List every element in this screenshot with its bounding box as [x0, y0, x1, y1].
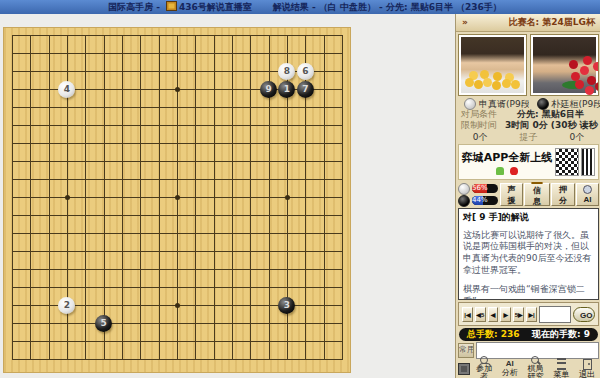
cheer-button[interactable]: 声援 — [500, 183, 523, 206]
time-limit-value: 3时间 0分 (30秒 读秒 3次) — [505, 120, 600, 131]
move-status-bar: 总手数: 236 现在的手数: 9 — [459, 328, 598, 341]
red-roses-icon — [571, 72, 580, 81]
globe-icon — [583, 185, 592, 194]
stone-black-7-R16: 7 — [297, 81, 314, 98]
black-stone-icon — [458, 195, 470, 207]
condition-value: 分先: 黑贴6目半 — [505, 109, 596, 120]
white-winrate-track: 56% — [472, 184, 498, 193]
info-box-icon — [531, 182, 543, 184]
collapse-arrow-icon[interactable]: » — [462, 14, 468, 31]
winrate-bars: 56% 44% — [458, 183, 498, 206]
research-label: 棋局研究 — [524, 365, 548, 378]
star-point — [175, 195, 180, 200]
exit-icon — [583, 359, 592, 370]
stone-black-3-Q4: 3 — [278, 297, 295, 314]
captures-label: 提子 — [504, 131, 552, 143]
banner-text-block: 弈城APP全新上线 — [459, 150, 555, 175]
qr-code — [555, 148, 579, 176]
forward-1-button[interactable]: ▶ — [500, 307, 511, 322]
star-point — [175, 87, 180, 92]
person-icon — [480, 356, 488, 364]
menu-icon — [557, 358, 566, 370]
go-board: 123456789 — [3, 27, 351, 373]
star-point — [65, 195, 70, 200]
banner-title: 弈城APP全新上线 — [459, 150, 555, 165]
exit-button[interactable]: 退出 — [575, 359, 599, 378]
last-move-button[interactable]: ▶| — [526, 307, 537, 322]
yellow-flowers-icon — [465, 78, 474, 87]
stone-white-2-D4: 2 — [58, 297, 75, 314]
stone-white-8-Q17: 8 — [278, 63, 295, 80]
move-navigation: |◀ ◀5 ◀ ▶ 5▶ ▶| GO — [458, 302, 599, 326]
stone-white-6-R17: 6 — [297, 63, 314, 80]
black-winrate-row: 44% — [458, 195, 498, 206]
black-winrate-track: 44% — [472, 196, 498, 205]
winrate-zone: 56% 44% 声援 信息 — [456, 182, 600, 207]
captures-row: 0个 提子 0个 — [456, 131, 600, 143]
analysis-label: 分析 — [502, 369, 518, 377]
app-banner[interactable]: 弈城APP全新上线 — [458, 144, 599, 180]
jump-move-input[interactable] — [539, 306, 571, 323]
star-point — [285, 195, 290, 200]
back-1-button[interactable]: ◀ — [488, 307, 499, 322]
sidebar: » 比赛名: 第24届LG杯 申真谞(P9段) 朴廷桓(P9段) — [455, 14, 600, 378]
room-title: 436号解说直播室 — [179, 2, 252, 12]
magnifier-icon — [531, 356, 539, 364]
current-move: 现在的手数: 9 — [532, 328, 590, 341]
room-icon — [166, 1, 177, 11]
game-research-button[interactable]: 棋局研究 — [524, 356, 548, 378]
match-name: 比赛名: 第24届LG杯 — [509, 14, 595, 31]
menu-label: 菜单 — [553, 371, 569, 378]
android-icon — [496, 167, 504, 175]
black-player-photo — [530, 34, 599, 96]
condition-row: 对局条件 分先: 黑贴6目半 — [456, 109, 600, 120]
ai-button[interactable]: AI — [576, 183, 599, 206]
total-moves: 总手数: 236 — [467, 328, 520, 341]
exit-label: 退出 — [579, 371, 595, 378]
white-stone-icon — [458, 183, 470, 195]
info-button[interactable]: 信息 — [524, 183, 550, 206]
store-icons — [459, 167, 555, 175]
time-limit-row: 限制时间 3时间 0分 (30秒 读秒 3次) — [456, 120, 600, 131]
white-winrate-row: 56% — [458, 183, 498, 194]
go-board-grid[interactable]: 123456789 — [12, 35, 343, 360]
window-titlebar: 国际高手房 -436号解说直播室 解说结果 - （白 中盘胜） - 分先: 黑贴… — [0, 0, 600, 14]
white-captures: 0个 — [456, 131, 504, 143]
black-winrate-fill: 44% — [472, 196, 483, 205]
apple-icon — [510, 167, 518, 175]
stone-white-4-D16: 4 — [58, 81, 75, 98]
commentary-paragraph: 这场比赛可以说期待了很久。虽说是两位韩国棋手的对决，但以申真谞为代表的90后至今… — [463, 230, 594, 277]
info-label: 信息 — [531, 185, 543, 207]
bet-points-button[interactable]: 押分 — [551, 183, 575, 206]
stone-black-5-F3: 5 — [95, 315, 112, 332]
condition-label: 对局条件 — [461, 109, 505, 120]
ai-text-icon: AI — [506, 360, 514, 368]
bet-label: 押分 — [558, 184, 568, 206]
match-header: » 比赛名: 第24届LG杯 — [456, 14, 600, 32]
mini-grip-icon[interactable] — [458, 363, 470, 375]
white-winrate-fill: 56% — [472, 184, 487, 193]
white-player-photo — [458, 34, 527, 96]
ai-label: AI — [584, 195, 592, 204]
commentary-paragraph: 棋界有一句戏曲“铜雀深宫锁二乔” — [463, 284, 594, 300]
room-category-title: 国际高手房 - — [108, 2, 160, 12]
player-photos — [456, 34, 600, 96]
game-result-title: 解说结果 - （白 中盘胜） - 分先: 黑贴6目半 （236手） — [273, 2, 502, 12]
flower-leaf-icon — [562, 81, 584, 89]
menu-button[interactable]: 菜单 — [549, 358, 573, 378]
bottom-toolbar: 参加者 AI 分析 棋局研究 菜单 退出 — [456, 359, 600, 378]
black-captures: 0个 — [553, 131, 600, 143]
commentary-panel[interactable]: 对[ 9 手]的解说 这场比赛可以说期待了很久。虽说是两位韩国棋手的对决，但以申… — [458, 208, 599, 300]
back-5-button[interactable]: ◀5 — [475, 307, 486, 322]
go-button[interactable]: GO — [573, 307, 595, 322]
commentary-header: 对[ 9 手]的解说 — [463, 212, 594, 224]
cheer-label: 声援 — [507, 184, 516, 206]
forward-5-button[interactable]: 5▶ — [513, 307, 524, 322]
stone-black-1-Q16: 1 — [278, 81, 295, 98]
ai-analysis-button[interactable]: AI 分析 — [498, 360, 522, 377]
action-buttons: 声援 信息 押分 AI — [500, 183, 599, 206]
participants-button[interactable]: 参加者 — [472, 356, 496, 378]
first-move-button[interactable]: |◀ — [462, 307, 473, 322]
barcode — [581, 148, 595, 176]
time-limit-label: 限制时间 — [461, 120, 505, 131]
app-window: 国际高手房 -436号解说直播室 解说结果 - （白 中盘胜） - 分先: 黑贴… — [0, 0, 600, 378]
stone-black-9-P16: 9 — [260, 81, 277, 98]
star-point — [175, 303, 180, 308]
